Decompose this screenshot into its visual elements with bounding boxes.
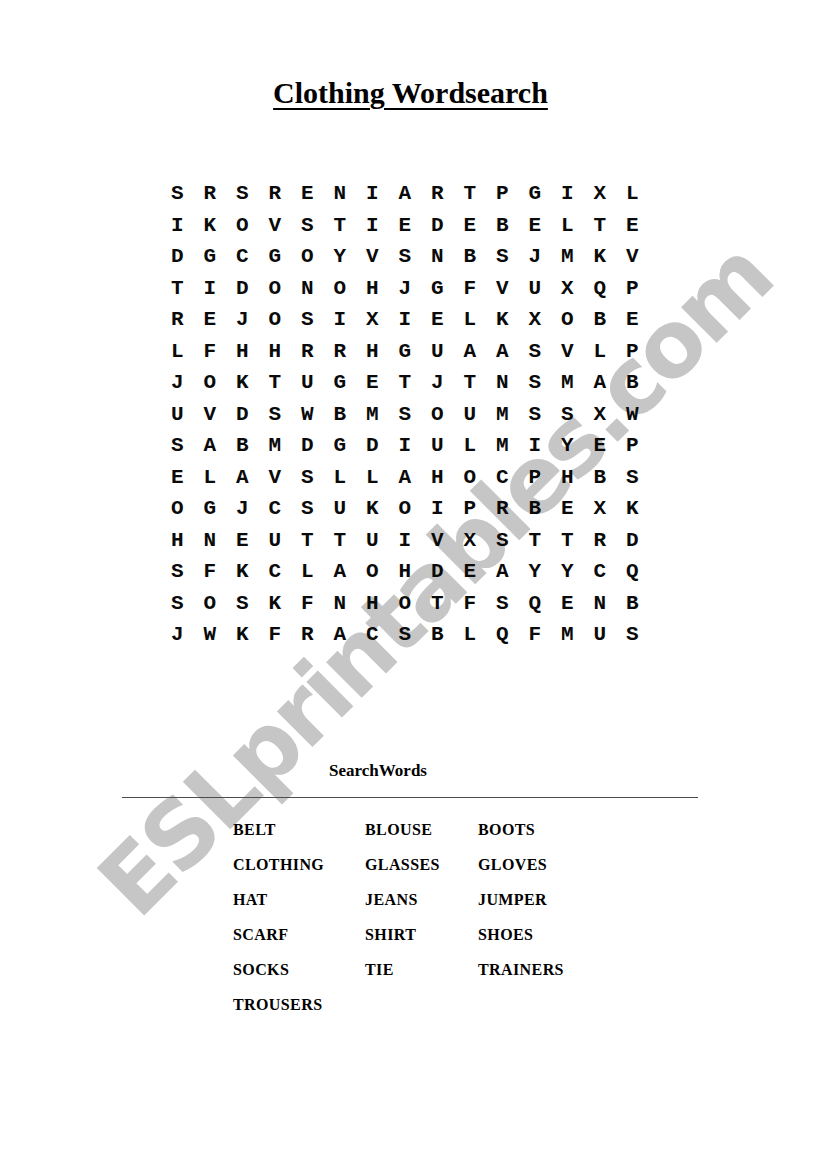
grid-cell-r7c12: S [519,367,552,399]
grid-cell-r2c3: O [226,210,259,242]
grid-cell-r11c2: G [194,493,227,525]
search-word-belt: BELT [233,812,365,847]
search-word-boots: BOOTS [478,812,678,847]
grid-cell-r15c5: R [291,619,324,651]
grid-cell-r6c10: A [454,336,487,368]
grid-cell-r3c15: V [616,241,649,273]
grid-cell-r15c9: B [421,619,454,651]
worksheet-page: ESLprintables.com Clothing Wordsearch SR… [0,0,821,1169]
grid-cell-r14c7: H [356,588,389,620]
grid-cell-r3c7: V [356,241,389,273]
grid-cell-r14c4: K [259,588,292,620]
grid-cell-r13c2: F [194,556,227,588]
grid-cell-r6c6: R [324,336,357,368]
grid-cell-r13c15: Q [616,556,649,588]
grid-cell-r3c8: S [389,241,422,273]
grid-cell-r14c9: T [421,588,454,620]
grid-cell-r4c1: T [161,273,194,305]
grid-cell-r2c2: K [194,210,227,242]
grid-cell-r3c10: B [454,241,487,273]
grid-cell-r8c8: S [389,399,422,431]
grid-cell-r12c11: S [486,525,519,557]
grid-cell-r8c11: M [486,399,519,431]
wordsearch-grid: SRSRENIARTPGIXLIKOVSTIEDEBELTEDGCGOYVSNB… [161,178,649,651]
grid-cell-r12c12: T [519,525,552,557]
grid-cell-r15c15: S [616,619,649,651]
grid-cell-r12c9: V [421,525,454,557]
searchwords-divider [122,797,698,798]
grid-cell-r12c5: T [291,525,324,557]
grid-cell-r12c10: X [454,525,487,557]
grid-cell-r2c4: V [259,210,292,242]
grid-cell-r1c14: X [584,178,617,210]
grid-cell-r10c13: H [551,462,584,494]
grid-cell-r13c5: L [291,556,324,588]
grid-cell-r10c9: H [421,462,454,494]
grid-cell-r8c3: D [226,399,259,431]
grid-cell-r3c1: D [161,241,194,273]
grid-cell-r14c3: S [226,588,259,620]
grid-cell-r7c6: G [324,367,357,399]
grid-cell-r4c6: O [324,273,357,305]
grid-cell-r11c12: B [519,493,552,525]
grid-cell-r14c11: S [486,588,519,620]
grid-cell-r7c13: M [551,367,584,399]
grid-cell-r13c13: Y [551,556,584,588]
grid-cell-r15c14: U [584,619,617,651]
grid-cell-r12c8: I [389,525,422,557]
search-word-jumper: JUMPER [478,882,678,917]
grid-cell-r4c4: O [259,273,292,305]
grid-cell-r10c6: L [324,462,357,494]
grid-cell-r2c9: D [421,210,454,242]
grid-cell-r13c6: A [324,556,357,588]
grid-cell-r13c12: Y [519,556,552,588]
grid-cell-r2c6: T [324,210,357,242]
grid-cell-r5c14: B [584,304,617,336]
grid-cell-r3c5: O [291,241,324,273]
grid-cell-r9c7: D [356,430,389,462]
grid-cell-r1c7: I [356,178,389,210]
grid-cell-r7c11: N [486,367,519,399]
grid-cell-r5c15: E [616,304,649,336]
grid-cell-r7c3: K [226,367,259,399]
grid-cell-r10c15: S [616,462,649,494]
grid-cell-r1c3: S [226,178,259,210]
search-word-blouse: BLOUSE [365,812,478,847]
grid-cell-r13c8: H [389,556,422,588]
grid-cell-r13c9: D [421,556,454,588]
search-word-scarf: SCARF [233,917,365,952]
grid-cell-r3c9: N [421,241,454,273]
grid-cell-r11c7: K [356,493,389,525]
grid-cell-r6c15: P [616,336,649,368]
grid-cell-r8c7: M [356,399,389,431]
grid-cell-r5c1: R [161,304,194,336]
grid-cell-r1c11: P [486,178,519,210]
grid-cell-r14c6: N [324,588,357,620]
grid-cell-r6c3: H [226,336,259,368]
grid-cell-r11c1: O [161,493,194,525]
grid-cell-r8c10: U [454,399,487,431]
grid-cell-r7c4: T [259,367,292,399]
grid-cell-r5c8: I [389,304,422,336]
grid-cell-r7c9: J [421,367,454,399]
grid-cell-r2c10: E [454,210,487,242]
grid-cell-r5c7: X [356,304,389,336]
grid-cell-r3c11: S [486,241,519,273]
grid-cell-r7c14: A [584,367,617,399]
grid-cell-r10c5: S [291,462,324,494]
grid-cell-r12c2: N [194,525,227,557]
grid-cell-r2c11: B [486,210,519,242]
grid-cell-r2c14: T [584,210,617,242]
grid-cell-r15c13: M [551,619,584,651]
grid-cell-r14c15: B [616,588,649,620]
grid-cell-r1c5: E [291,178,324,210]
grid-cell-r4c12: U [519,273,552,305]
grid-cell-r9c11: M [486,430,519,462]
grid-cell-r3c4: G [259,241,292,273]
grid-cell-r5c13: O [551,304,584,336]
grid-cell-r6c7: H [356,336,389,368]
grid-cell-r9c13: Y [551,430,584,462]
grid-cell-r6c9: U [421,336,454,368]
grid-cell-r15c2: W [194,619,227,651]
grid-cell-r5c5: S [291,304,324,336]
grid-cell-r11c9: I [421,493,454,525]
grid-cell-r12c7: U [356,525,389,557]
grid-cell-r1c9: R [421,178,454,210]
grid-cell-r2c12: E [519,210,552,242]
grid-cell-r10c11: C [486,462,519,494]
grid-cell-r6c11: A [486,336,519,368]
grid-cell-r11c8: O [389,493,422,525]
grid-cell-r14c5: F [291,588,324,620]
grid-cell-r12c15: D [616,525,649,557]
grid-cell-r8c6: B [324,399,357,431]
grid-cell-r3c14: K [584,241,617,273]
grid-cell-r12c3: E [226,525,259,557]
grid-cell-r15c6: A [324,619,357,651]
grid-cell-r7c10: T [454,367,487,399]
grid-cell-r9c3: B [226,430,259,462]
grid-cell-r4c3: D [226,273,259,305]
grid-cell-r14c14: N [584,588,617,620]
grid-cell-r15c7: C [356,619,389,651]
page-title-text: Clothing Wordsearch [273,76,548,109]
grid-cell-r10c8: A [389,462,422,494]
grid-cell-r8c13: S [551,399,584,431]
grid-cell-r11c13: E [551,493,584,525]
grid-cell-r7c5: U [291,367,324,399]
grid-cell-r13c3: K [226,556,259,588]
grid-cell-r3c2: G [194,241,227,273]
grid-cell-r13c14: C [584,556,617,588]
grid-cell-r6c13: V [551,336,584,368]
grid-cell-r6c14: L [584,336,617,368]
grid-cell-r2c15: E [616,210,649,242]
grid-cell-r8c2: V [194,399,227,431]
grid-cell-r4c7: H [356,273,389,305]
grid-cell-r15c3: K [226,619,259,651]
word-list: BELTBLOUSEBOOTSCLOTHINGGLASSESGLOVESHATJ… [233,812,678,1022]
grid-cell-r10c4: V [259,462,292,494]
grid-cell-r3c6: Y [324,241,357,273]
grid-cell-r12c13: T [551,525,584,557]
search-word-shirt: SHIRT [365,917,478,952]
grid-cell-r11c4: C [259,493,292,525]
grid-cell-r11c6: U [324,493,357,525]
grid-cell-r4c13: X [551,273,584,305]
grid-cell-r11c15: K [616,493,649,525]
grid-cell-r4c15: P [616,273,649,305]
search-word-trainers: TRAINERS [478,952,678,987]
search-word-gloves: GLOVES [478,847,678,882]
grid-cell-r7c1: J [161,367,194,399]
grid-cell-r4c8: J [389,273,422,305]
grid-cell-r9c9: U [421,430,454,462]
grid-cell-r14c10: F [454,588,487,620]
grid-cell-r9c12: I [519,430,552,462]
grid-cell-r6c1: L [161,336,194,368]
grid-cell-r5c6: I [324,304,357,336]
grid-cell-r9c1: S [161,430,194,462]
grid-cell-r13c1: S [161,556,194,588]
grid-cell-r15c4: F [259,619,292,651]
grid-cell-r8c15: W [616,399,649,431]
search-word-clothing: CLOTHING [233,847,365,882]
search-word-socks: SOCKS [233,952,365,987]
grid-cell-r12c14: R [584,525,617,557]
grid-cell-r9c8: I [389,430,422,462]
grid-cell-r10c12: P [519,462,552,494]
grid-cell-r14c1: S [161,588,194,620]
grid-cell-r11c11: R [486,493,519,525]
grid-cell-r10c7: L [356,462,389,494]
grid-cell-r3c3: C [226,241,259,273]
grid-cell-r5c12: X [519,304,552,336]
grid-cell-r10c2: L [194,462,227,494]
grid-cell-r10c14: B [584,462,617,494]
grid-cell-r6c4: H [259,336,292,368]
grid-cell-r11c14: X [584,493,617,525]
grid-cell-r4c14: Q [584,273,617,305]
grid-cell-r7c8: T [389,367,422,399]
grid-cell-r9c14: E [584,430,617,462]
grid-cell-r2c7: I [356,210,389,242]
grid-cell-r4c11: V [486,273,519,305]
searchwords-heading: SearchWords [329,761,427,781]
grid-cell-r13c4: C [259,556,292,588]
grid-cell-r11c5: S [291,493,324,525]
grid-cell-r14c13: E [551,588,584,620]
search-word-jeans: JEANS [365,882,478,917]
grid-cell-r6c8: G [389,336,422,368]
grid-cell-r7c15: B [616,367,649,399]
grid-cell-r8c12: S [519,399,552,431]
grid-cell-r7c7: E [356,367,389,399]
grid-cell-r9c4: M [259,430,292,462]
grid-cell-r12c1: H [161,525,194,557]
grid-cell-r8c5: W [291,399,324,431]
grid-cell-r2c1: I [161,210,194,242]
grid-cell-r9c10: L [454,430,487,462]
grid-cell-r8c1: U [161,399,194,431]
grid-cell-r1c12: G [519,178,552,210]
grid-cell-r1c1: S [161,178,194,210]
grid-cell-r8c9: O [421,399,454,431]
grid-cell-r14c2: O [194,588,227,620]
grid-cell-r2c5: S [291,210,324,242]
search-word-glasses: GLASSES [365,847,478,882]
page-title: Clothing Wordsearch [0,76,821,110]
grid-cell-r9c15: P [616,430,649,462]
grid-cell-r15c10: L [454,619,487,651]
grid-cell-r11c3: J [226,493,259,525]
search-word-trousers: TROUSERS [233,987,365,1022]
grid-cell-r5c3: J [226,304,259,336]
grid-cell-r10c3: A [226,462,259,494]
grid-cell-r1c13: I [551,178,584,210]
grid-cell-r13c10: E [454,556,487,588]
grid-cell-r5c2: E [194,304,227,336]
grid-cell-r14c12: Q [519,588,552,620]
grid-cell-r1c8: A [389,178,422,210]
grid-cell-r9c6: G [324,430,357,462]
grid-cell-r1c2: R [194,178,227,210]
grid-cell-r9c5: D [291,430,324,462]
grid-cell-r15c11: Q [486,619,519,651]
grid-cell-r5c9: E [421,304,454,336]
grid-cell-r9c2: A [194,430,227,462]
grid-cell-r4c10: F [454,273,487,305]
search-word-tie: TIE [365,952,478,987]
grid-cell-r5c11: K [486,304,519,336]
grid-cell-r6c2: F [194,336,227,368]
grid-cell-r1c4: R [259,178,292,210]
grid-cell-r3c12: J [519,241,552,273]
grid-cell-r5c4: O [259,304,292,336]
grid-cell-r13c7: O [356,556,389,588]
grid-cell-r8c4: S [259,399,292,431]
grid-cell-r1c10: T [454,178,487,210]
grid-cell-r2c13: L [551,210,584,242]
grid-cell-r5c10: L [454,304,487,336]
grid-cell-r12c4: U [259,525,292,557]
grid-cell-r1c6: N [324,178,357,210]
grid-cell-r12c6: T [324,525,357,557]
grid-cell-r4c5: N [291,273,324,305]
grid-cell-r6c5: R [291,336,324,368]
grid-cell-r3c13: M [551,241,584,273]
grid-cell-r15c12: F [519,619,552,651]
grid-cell-r6c12: S [519,336,552,368]
grid-cell-r8c14: X [584,399,617,431]
grid-cell-r4c2: I [194,273,227,305]
grid-cell-r2c8: E [389,210,422,242]
grid-cell-r10c10: O [454,462,487,494]
grid-cell-r13c11: A [486,556,519,588]
grid-cell-r4c9: G [421,273,454,305]
grid-cell-r1c15: L [616,178,649,210]
grid-cell-r15c1: J [161,619,194,651]
grid-cell-r7c2: O [194,367,227,399]
search-word-hat: HAT [233,882,365,917]
grid-cell-r15c8: S [389,619,422,651]
grid-cell-r11c10: P [454,493,487,525]
search-word-shoes: SHOES [478,917,678,952]
grid-cell-r10c1: E [161,462,194,494]
grid-cell-r14c8: O [389,588,422,620]
